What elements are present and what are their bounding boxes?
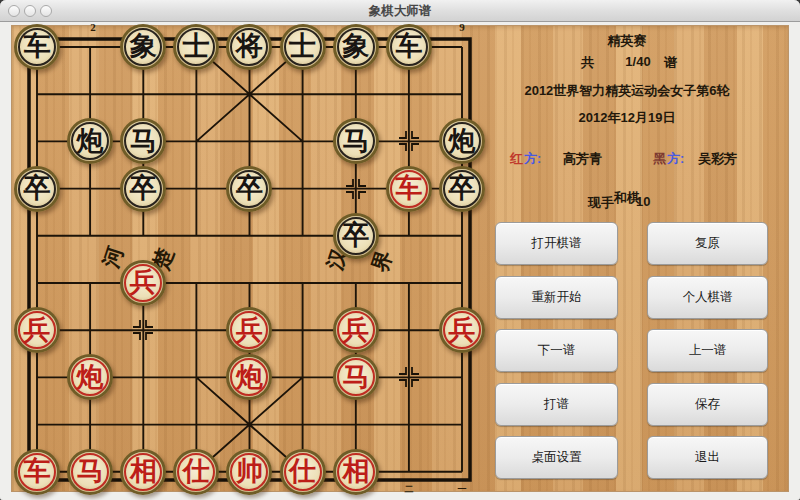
black-cannon[interactable]: 炮 <box>439 118 485 164</box>
black-chariot[interactable]: 车 <box>14 24 60 70</box>
red-elephant[interactable]: 相 <box>333 449 379 495</box>
next-manual-button[interactable]: 下一谱 <box>495 329 618 372</box>
red-general[interactable]: 帅 <box>226 449 272 495</box>
piece-glyph: 车 <box>395 33 422 60</box>
red-soldier[interactable]: 兵 <box>120 260 166 306</box>
piece-glyph: 马 <box>77 458 104 485</box>
piece-glyph: 车 <box>23 458 50 485</box>
piece-glyph: 相 <box>342 458 369 485</box>
title-bar: 象棋大师谱 <box>0 0 800 22</box>
open-manual-button[interactable]: 打开棋谱 <box>495 222 618 265</box>
black-elephant[interactable]: 象 <box>333 24 379 70</box>
piece-glyph: 兵 <box>130 269 157 296</box>
black-advisor[interactable]: 士 <box>280 24 326 70</box>
piece-grid[interactable]: 车象士将士象车炮马马炮卒卒卒卒卒车兵兵兵兵兵炮炮马车马相仕帅仕相 <box>10 23 488 495</box>
point-marker <box>344 177 368 201</box>
save-button[interactable]: 保存 <box>647 383 768 426</box>
black-side-label-char: 黑 <box>653 150 666 168</box>
red-cannon[interactable]: 炮 <box>226 354 272 400</box>
red-advisor[interactable]: 仕 <box>280 449 326 495</box>
piece-glyph: 兵 <box>342 317 369 344</box>
count-suffix: 谱 <box>664 54 677 72</box>
black-cannon[interactable]: 炮 <box>67 118 113 164</box>
piece-glyph: 将 <box>236 33 263 60</box>
app-window: 象棋大师谱 河 楚 汉 界 2 9 二 一 车象士将士象车炮马马炮卒卒卒卒卒车兵… <box>0 0 800 500</box>
black-soldier[interactable]: 卒 <box>120 166 166 212</box>
black-soldier[interactable]: 卒 <box>226 166 272 212</box>
piece-glyph: 象 <box>130 33 157 60</box>
piece-glyph: 士 <box>289 33 316 60</box>
red-chariot[interactable]: 车 <box>14 449 60 495</box>
black-soldier[interactable]: 卒 <box>14 166 60 212</box>
red-soldier[interactable]: 兵 <box>226 307 272 353</box>
piece-glyph: 帅 <box>236 458 263 485</box>
piece-glyph: 马 <box>342 364 369 391</box>
event-date: 2012年12月19日 <box>488 109 766 127</box>
piece-glyph: 兵 <box>236 317 263 344</box>
red-horse[interactable]: 马 <box>333 354 379 400</box>
point-marker <box>397 129 421 153</box>
black-chariot[interactable]: 车 <box>386 24 432 70</box>
black-soldier[interactable]: 卒 <box>333 213 379 259</box>
play-manual-button[interactable]: 打谱 <box>495 383 618 426</box>
manual-count-value: 1/40 <box>613 54 663 69</box>
piece-glyph: 仕 <box>289 458 316 485</box>
event-name: 2012世界智力精英运动会女子第6轮 <box>488 82 766 100</box>
red-soldier[interactable]: 兵 <box>439 307 485 353</box>
black-horse[interactable]: 马 <box>120 118 166 164</box>
red-elephant[interactable]: 相 <box>120 449 166 495</box>
point-marker <box>131 318 155 342</box>
piece-glyph: 兵 <box>448 317 475 344</box>
black-elephant[interactable]: 象 <box>120 24 166 70</box>
count-prefix: 共 <box>581 54 594 72</box>
black-advisor[interactable]: 士 <box>173 24 219 70</box>
red-soldier[interactable]: 兵 <box>14 307 60 353</box>
black-player-name: 吴彩芳 <box>698 150 737 168</box>
piece-glyph: 炮 <box>77 364 104 391</box>
personal-manual-button[interactable]: 个人棋谱 <box>647 276 768 319</box>
piece-glyph: 卒 <box>342 222 369 249</box>
piece-glyph: 卒 <box>130 175 157 202</box>
players-line: 红 方: 高芳青 黑 方: 吴彩芳 <box>488 150 766 166</box>
black-soldier[interactable]: 卒 <box>439 166 485 212</box>
button-panel: 打开棋谱 复原 重新开始 个人棋谱 下一谱 上一谱 打谱 保存 桌面设置 退出 <box>495 222 768 479</box>
piece-glyph: 象 <box>342 33 369 60</box>
content-area: 河 楚 汉 界 2 9 二 一 车象士将士象车炮马马炮卒卒卒卒卒车兵兵兵兵兵炮炮… <box>0 22 800 500</box>
window-title: 象棋大师谱 <box>0 0 800 22</box>
piece-glyph: 马 <box>130 128 157 155</box>
piece-glyph: 马 <box>342 128 369 155</box>
piece-glyph: 仕 <box>183 458 210 485</box>
red-cannon[interactable]: 炮 <box>67 354 113 400</box>
red-advisor[interactable]: 仕 <box>173 449 219 495</box>
piece-glyph: 兵 <box>23 317 50 344</box>
red-player-name: 高芳青 <box>563 150 602 168</box>
red-horse[interactable]: 马 <box>67 449 113 495</box>
piece-glyph: 卒 <box>236 175 263 202</box>
red-soldier[interactable]: 兵 <box>333 307 379 353</box>
point-marker <box>397 365 421 389</box>
game-result: 和棋 <box>488 189 766 207</box>
black-general[interactable]: 将 <box>226 24 272 70</box>
desktop-settings-button[interactable]: 桌面设置 <box>495 436 618 479</box>
exit-button[interactable]: 退出 <box>647 436 768 479</box>
tournament-name: 精英赛 <box>488 32 766 50</box>
piece-glyph: 卒 <box>23 175 50 202</box>
piece-glyph: 相 <box>130 458 157 485</box>
piece-glyph: 炮 <box>77 128 104 155</box>
piece-glyph: 车 <box>23 33 50 60</box>
red-side-label-suffix: 方: <box>524 150 541 168</box>
red-chariot[interactable]: 车 <box>386 166 432 212</box>
game-info-panel: 精英赛 共 1/40 谱 2012世界智力精英运动会女子第6轮 2012年12月… <box>488 22 766 70</box>
piece-glyph: 车 <box>395 175 422 202</box>
xiangqi-board[interactable]: 河 楚 汉 界 2 9 二 一 车象士将士象车炮马马炮卒卒卒卒卒车兵兵兵兵兵炮炮… <box>0 22 492 500</box>
previous-manual-button[interactable]: 上一谱 <box>647 329 768 372</box>
restore-button[interactable]: 复原 <box>647 222 768 265</box>
red-side-label-char: 红 <box>510 150 523 168</box>
piece-glyph: 士 <box>183 33 210 60</box>
piece-glyph: 炮 <box>236 364 263 391</box>
manual-count-line: 共 1/40 谱 <box>488 54 766 70</box>
piece-glyph: 卒 <box>448 175 475 202</box>
piece-glyph: 炮 <box>448 128 475 155</box>
black-side-label-suffix: 方: <box>667 150 684 168</box>
restart-button[interactable]: 重新开始 <box>495 276 618 319</box>
black-horse[interactable]: 马 <box>333 118 379 164</box>
